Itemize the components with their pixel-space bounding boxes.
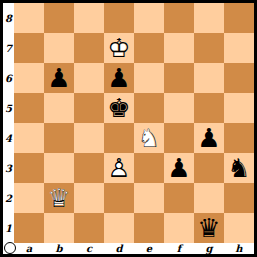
square-h2[interactable]	[224, 183, 254, 213]
square-b1[interactable]	[44, 213, 74, 243]
square-h5[interactable]	[224, 93, 254, 123]
square-g1[interactable]: ♛	[194, 213, 224, 243]
square-d3[interactable]: ♟♙	[104, 153, 134, 183]
file-labels: abcdefgh	[14, 243, 254, 254]
file-label-b: b	[44, 243, 74, 254]
square-c3[interactable]	[74, 153, 104, 183]
square-b7[interactable]	[44, 33, 74, 63]
rank-labels: 87654321	[3, 3, 14, 243]
square-a2[interactable]	[14, 183, 44, 213]
square-e4[interactable]: ♞♘	[134, 123, 164, 153]
square-h4[interactable]	[224, 123, 254, 153]
square-g4[interactable]: ♟	[194, 123, 224, 153]
white-to-move-indicator	[4, 242, 16, 254]
square-e8[interactable]	[134, 3, 164, 33]
square-a5[interactable]	[14, 93, 44, 123]
square-f2[interactable]	[164, 183, 194, 213]
square-c6[interactable]	[74, 63, 104, 93]
rank-label-2: 2	[3, 183, 14, 213]
square-f6[interactable]	[164, 63, 194, 93]
square-f8[interactable]	[164, 3, 194, 33]
square-f5[interactable]	[164, 93, 194, 123]
square-g6[interactable]	[194, 63, 224, 93]
rank-label-5: 5	[3, 93, 14, 123]
square-h6[interactable]	[224, 63, 254, 93]
square-f3[interactable]: ♟	[164, 153, 194, 183]
black-pawn: ♟	[44, 63, 74, 93]
square-d6[interactable]: ♟	[104, 63, 134, 93]
square-c8[interactable]	[74, 3, 104, 33]
square-g8[interactable]	[194, 3, 224, 33]
white-queen: ♛♕	[44, 183, 74, 213]
square-b5[interactable]	[44, 93, 74, 123]
square-g3[interactable]	[194, 153, 224, 183]
chess-board: ♚♔♟♟♚♞♘♟♟♙♟♞♛♕♛	[14, 3, 254, 243]
white-pawn: ♟♙	[104, 153, 134, 183]
square-c4[interactable]	[74, 123, 104, 153]
square-h8[interactable]	[224, 3, 254, 33]
square-b4[interactable]	[44, 123, 74, 153]
rank-label-3: 3	[3, 153, 14, 183]
square-a1[interactable]	[14, 213, 44, 243]
square-c5[interactable]	[74, 93, 104, 123]
square-a7[interactable]	[14, 33, 44, 63]
square-c1[interactable]	[74, 213, 104, 243]
square-a3[interactable]	[14, 153, 44, 183]
square-g7[interactable]	[194, 33, 224, 63]
square-d7[interactable]: ♚♔	[104, 33, 134, 63]
square-e6[interactable]	[134, 63, 164, 93]
file-label-d: d	[104, 243, 134, 254]
square-f1[interactable]	[164, 213, 194, 243]
square-a4[interactable]	[14, 123, 44, 153]
black-pawn: ♟	[164, 153, 194, 183]
white-king: ♚♔	[104, 33, 134, 63]
square-e7[interactable]	[134, 33, 164, 63]
rank-label-4: 4	[3, 123, 14, 153]
square-h3[interactable]: ♞	[224, 153, 254, 183]
black-pawn: ♟	[104, 63, 134, 93]
square-h7[interactable]	[224, 33, 254, 63]
square-f7[interactable]	[164, 33, 194, 63]
square-b6[interactable]: ♟	[44, 63, 74, 93]
square-g5[interactable]	[194, 93, 224, 123]
square-d8[interactable]	[104, 3, 134, 33]
square-h1[interactable]	[224, 213, 254, 243]
black-knight: ♞	[224, 153, 254, 183]
square-f4[interactable]	[164, 123, 194, 153]
black-queen: ♛	[194, 213, 224, 243]
black-king: ♚	[104, 93, 134, 123]
square-b3[interactable]	[44, 153, 74, 183]
square-d2[interactable]	[104, 183, 134, 213]
file-label-g: g	[194, 243, 224, 254]
square-c2[interactable]	[74, 183, 104, 213]
square-a8[interactable]	[14, 3, 44, 33]
rank-label-1: 1	[3, 213, 14, 243]
square-e3[interactable]	[134, 153, 164, 183]
square-c7[interactable]	[74, 33, 104, 63]
file-label-c: c	[74, 243, 104, 254]
square-g2[interactable]	[194, 183, 224, 213]
square-d4[interactable]	[104, 123, 134, 153]
rank-label-7: 7	[3, 33, 14, 63]
file-label-h: h	[224, 243, 254, 254]
black-pawn: ♟	[194, 123, 224, 153]
white-knight: ♞♘	[134, 123, 164, 153]
square-e2[interactable]	[134, 183, 164, 213]
square-d5[interactable]: ♚	[104, 93, 134, 123]
file-label-f: f	[164, 243, 194, 254]
square-b2[interactable]: ♛♕	[44, 183, 74, 213]
square-e5[interactable]	[134, 93, 164, 123]
rank-label-6: 6	[3, 63, 14, 93]
rank-label-8: 8	[3, 3, 14, 33]
square-e1[interactable]	[134, 213, 164, 243]
square-b8[interactable]	[44, 3, 74, 33]
square-a6[interactable]	[14, 63, 44, 93]
square-d1[interactable]	[104, 213, 134, 243]
file-label-a: a	[14, 243, 44, 254]
chess-diagram: 87654321 ♚♔♟♟♚♞♘♟♟♙♟♞♛♕♛ abcdefgh	[0, 0, 257, 257]
file-label-e: e	[134, 243, 164, 254]
